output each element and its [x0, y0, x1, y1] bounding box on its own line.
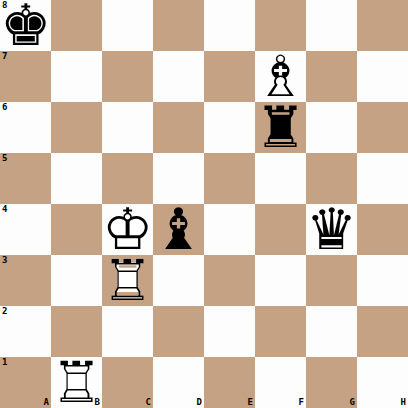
square-d2[interactable]	[153, 306, 204, 357]
square-a2[interactable]: 2	[0, 306, 51, 357]
square-a5[interactable]: 5	[0, 153, 51, 204]
square-g7[interactable]	[306, 51, 357, 102]
square-h5[interactable]	[357, 153, 408, 204]
file-label-c: C	[146, 397, 151, 408]
white-rook-c3[interactable]: ♜♖	[102, 255, 153, 306]
square-d4[interactable]: ♝	[153, 204, 204, 255]
white-rook-b1[interactable]: ♜♖	[51, 357, 102, 408]
square-e8[interactable]	[204, 0, 255, 51]
rank-label-5: 5	[2, 153, 7, 164]
square-h2[interactable]	[357, 306, 408, 357]
square-c3[interactable]: ♜♖	[102, 255, 153, 306]
rank-label-3: 3	[2, 255, 7, 266]
square-e7[interactable]	[204, 51, 255, 102]
square-b8[interactable]	[51, 0, 102, 51]
black-king-a8[interactable]: ♚	[0, 0, 51, 51]
rook-outline-glyph: ♖	[51, 357, 102, 408]
square-e5[interactable]	[204, 153, 255, 204]
square-g3[interactable]	[306, 255, 357, 306]
square-b6[interactable]	[51, 102, 102, 153]
square-g8[interactable]	[306, 0, 357, 51]
square-b4[interactable]	[51, 204, 102, 255]
square-h8[interactable]	[357, 0, 408, 51]
chess-board: 8♚7♝♗6♜54♚♔♝♛3♜♖21AB♜♖CDEFGH	[0, 0, 408, 408]
square-h4[interactable]	[357, 204, 408, 255]
square-g1[interactable]: G	[306, 357, 357, 408]
rook-outline-glyph: ♖	[102, 255, 153, 306]
square-f3[interactable]	[255, 255, 306, 306]
square-e6[interactable]	[204, 102, 255, 153]
queen-glyph: ♛	[306, 204, 357, 255]
square-d3[interactable]	[153, 255, 204, 306]
square-g4[interactable]: ♛	[306, 204, 357, 255]
square-b1[interactable]: B♜♖	[51, 357, 102, 408]
square-e2[interactable]	[204, 306, 255, 357]
square-g6[interactable]	[306, 102, 357, 153]
file-label-a: A	[44, 397, 49, 408]
file-label-f: F	[299, 397, 304, 408]
square-f6[interactable]: ♜	[255, 102, 306, 153]
square-c7[interactable]	[102, 51, 153, 102]
square-a8[interactable]: 8♚	[0, 0, 51, 51]
square-c8[interactable]	[102, 0, 153, 51]
square-f2[interactable]	[255, 306, 306, 357]
file-label-e: E	[248, 397, 253, 408]
file-label-g: G	[350, 397, 355, 408]
square-e3[interactable]	[204, 255, 255, 306]
black-rook-f6[interactable]: ♜	[255, 102, 306, 153]
square-e1[interactable]: E	[204, 357, 255, 408]
square-b3[interactable]	[51, 255, 102, 306]
square-a3[interactable]: 3	[0, 255, 51, 306]
square-d7[interactable]	[153, 51, 204, 102]
square-c1[interactable]: C	[102, 357, 153, 408]
square-c2[interactable]	[102, 306, 153, 357]
square-d8[interactable]	[153, 0, 204, 51]
square-h1[interactable]: H	[357, 357, 408, 408]
square-a1[interactable]: 1A	[0, 357, 51, 408]
square-a7[interactable]: 7	[0, 51, 51, 102]
square-h6[interactable]	[357, 102, 408, 153]
square-a4[interactable]: 4	[0, 204, 51, 255]
black-queen-g4[interactable]: ♛	[306, 204, 357, 255]
rank-label-2: 2	[2, 306, 7, 317]
square-g2[interactable]	[306, 306, 357, 357]
square-f4[interactable]	[255, 204, 306, 255]
square-d6[interactable]	[153, 102, 204, 153]
file-label-h: H	[401, 397, 406, 408]
black-bishop-d4[interactable]: ♝	[153, 204, 204, 255]
square-b7[interactable]	[51, 51, 102, 102]
bishop-glyph: ♝	[153, 204, 204, 255]
rank-label-4: 4	[2, 204, 7, 215]
square-f5[interactable]	[255, 153, 306, 204]
square-c6[interactable]	[102, 102, 153, 153]
square-b5[interactable]	[51, 153, 102, 204]
rank-label-6: 6	[2, 102, 7, 113]
rook-glyph: ♜	[255, 102, 306, 153]
square-e4[interactable]	[204, 204, 255, 255]
square-a6[interactable]: 6	[0, 102, 51, 153]
rank-label-7: 7	[2, 51, 7, 62]
king-glyph: ♚	[0, 0, 51, 51]
square-f1[interactable]: F	[255, 357, 306, 408]
square-d1[interactable]: D	[153, 357, 204, 408]
square-h7[interactable]	[357, 51, 408, 102]
file-label-d: D	[197, 397, 202, 408]
rank-label-1: 1	[2, 357, 7, 368]
square-h3[interactable]	[357, 255, 408, 306]
